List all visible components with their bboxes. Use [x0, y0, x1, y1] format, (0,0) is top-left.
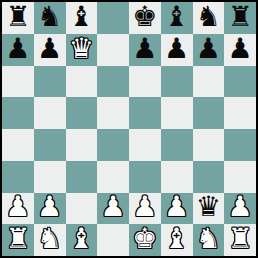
square-c8[interactable]: ♝: [66, 2, 98, 34]
square-h3[interactable]: [224, 161, 256, 193]
square-g6[interactable]: [193, 66, 225, 98]
square-f7[interactable]: ♟: [161, 34, 193, 66]
square-e7[interactable]: ♟: [129, 34, 161, 66]
square-b1[interactable]: ♞: [34, 224, 66, 256]
square-f5[interactable]: [161, 97, 193, 129]
square-c5[interactable]: [66, 97, 98, 129]
square-h2[interactable]: ♟: [224, 193, 256, 225]
piece-white-rook[interactable]: ♜: [5, 225, 30, 253]
square-d2[interactable]: ♟: [97, 193, 129, 225]
piece-black-knight[interactable]: ♞: [37, 3, 62, 31]
piece-white-king[interactable]: ♚: [132, 225, 157, 253]
square-a7[interactable]: ♟: [2, 34, 34, 66]
square-h4[interactable]: [224, 129, 256, 161]
square-e4[interactable]: [129, 129, 161, 161]
square-e2[interactable]: ♟: [129, 193, 161, 225]
piece-white-knight[interactable]: ♞: [37, 225, 62, 253]
square-a6[interactable]: [2, 66, 34, 98]
square-e3[interactable]: [129, 161, 161, 193]
square-d3[interactable]: [97, 161, 129, 193]
square-a3[interactable]: [2, 161, 34, 193]
square-d4[interactable]: [97, 129, 129, 161]
square-b4[interactable]: [34, 129, 66, 161]
square-d6[interactable]: [97, 66, 129, 98]
piece-white-pawn[interactable]: ♟: [228, 193, 253, 221]
chess-board-container: ♜♞♝♚♝♞♜♟♟♛♟♟♟♟♟♟♟♟♟♛♟♜♞♝♚♝♞♜: [0, 0, 258, 258]
piece-black-king[interactable]: ♚: [132, 3, 157, 31]
square-f1[interactable]: ♝: [161, 224, 193, 256]
piece-black-pawn[interactable]: ♟: [132, 35, 157, 63]
square-f2[interactable]: ♟: [161, 193, 193, 225]
square-c2[interactable]: [66, 193, 98, 225]
piece-white-rook[interactable]: ♜: [228, 225, 253, 253]
piece-black-pawn[interactable]: ♟: [37, 35, 62, 63]
piece-black-rook[interactable]: ♜: [228, 3, 253, 31]
square-g7[interactable]: ♟: [193, 34, 225, 66]
square-f8[interactable]: ♝: [161, 2, 193, 34]
square-a8[interactable]: ♜: [2, 2, 34, 34]
square-h8[interactable]: ♜: [224, 2, 256, 34]
square-g3[interactable]: [193, 161, 225, 193]
square-d1[interactable]: [97, 224, 129, 256]
square-e8[interactable]: ♚: [129, 2, 161, 34]
piece-black-pawn[interactable]: ♟: [228, 35, 253, 63]
square-h6[interactable]: [224, 66, 256, 98]
square-e5[interactable]: [129, 97, 161, 129]
square-h5[interactable]: [224, 97, 256, 129]
square-h1[interactable]: ♜: [224, 224, 256, 256]
chess-board: ♜♞♝♚♝♞♜♟♟♛♟♟♟♟♟♟♟♟♟♛♟♜♞♝♚♝♞♜: [0, 0, 258, 258]
square-b3[interactable]: [34, 161, 66, 193]
square-d7[interactable]: [97, 34, 129, 66]
square-b6[interactable]: [34, 66, 66, 98]
square-a2[interactable]: ♟: [2, 193, 34, 225]
square-e1[interactable]: ♚: [129, 224, 161, 256]
square-g1[interactable]: ♞: [193, 224, 225, 256]
piece-white-queen[interactable]: ♛: [69, 35, 94, 63]
piece-white-pawn[interactable]: ♟: [37, 193, 62, 221]
square-c6[interactable]: [66, 66, 98, 98]
piece-black-pawn[interactable]: ♟: [164, 35, 189, 63]
square-c3[interactable]: [66, 161, 98, 193]
piece-white-pawn[interactable]: ♟: [101, 193, 126, 221]
square-g5[interactable]: [193, 97, 225, 129]
piece-black-queen[interactable]: ♛: [196, 193, 221, 221]
square-a5[interactable]: [2, 97, 34, 129]
square-b8[interactable]: ♞: [34, 2, 66, 34]
piece-black-bishop[interactable]: ♝: [164, 3, 189, 31]
square-b7[interactable]: ♟: [34, 34, 66, 66]
piece-white-bishop[interactable]: ♝: [69, 225, 94, 253]
square-f4[interactable]: [161, 129, 193, 161]
square-c4[interactable]: [66, 129, 98, 161]
piece-white-pawn[interactable]: ♟: [132, 193, 157, 221]
piece-black-bishop[interactable]: ♝: [69, 3, 94, 31]
square-c7[interactable]: ♛: [66, 34, 98, 66]
square-g8[interactable]: ♞: [193, 2, 225, 34]
square-c1[interactable]: ♝: [66, 224, 98, 256]
piece-white-pawn[interactable]: ♟: [5, 193, 30, 221]
square-b5[interactable]: [34, 97, 66, 129]
piece-white-knight[interactable]: ♞: [196, 225, 221, 253]
square-h7[interactable]: ♟: [224, 34, 256, 66]
piece-black-pawn[interactable]: ♟: [196, 35, 221, 63]
square-g4[interactable]: [193, 129, 225, 161]
piece-black-knight[interactable]: ♞: [196, 3, 221, 31]
square-d5[interactable]: [97, 97, 129, 129]
square-b2[interactable]: ♟: [34, 193, 66, 225]
piece-white-pawn[interactable]: ♟: [164, 193, 189, 221]
square-g2[interactable]: ♛: [193, 193, 225, 225]
square-d8[interactable]: [97, 2, 129, 34]
piece-black-rook[interactable]: ♜: [5, 3, 30, 31]
square-e6[interactable]: [129, 66, 161, 98]
piece-white-bishop[interactable]: ♝: [164, 225, 189, 253]
square-f3[interactable]: [161, 161, 193, 193]
square-f6[interactable]: [161, 66, 193, 98]
piece-black-pawn[interactable]: ♟: [5, 35, 30, 63]
square-a1[interactable]: ♜: [2, 224, 34, 256]
square-a4[interactable]: [2, 129, 34, 161]
